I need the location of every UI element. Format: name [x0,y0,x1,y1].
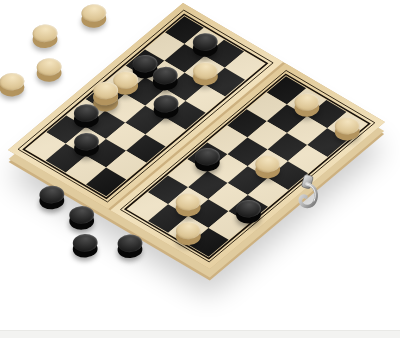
loose-black-piece-3[interactable] [68,231,103,256]
loose-black-piece-4[interactable] [112,231,147,256]
loose-wood-piece-4[interactable] [0,69,29,94]
studio-floor-edge [0,330,400,338]
checkers-board [8,3,385,269]
loose-wood-piece-1[interactable] [76,1,111,26]
clasp-hook-icon [293,174,323,214]
loose-black-piece-2[interactable] [64,203,99,228]
loose-wood-piece-3[interactable] [32,55,67,80]
product-scene [0,0,400,338]
loose-black-piece-1[interactable] [34,182,69,207]
loose-wood-piece-2[interactable] [28,21,63,46]
